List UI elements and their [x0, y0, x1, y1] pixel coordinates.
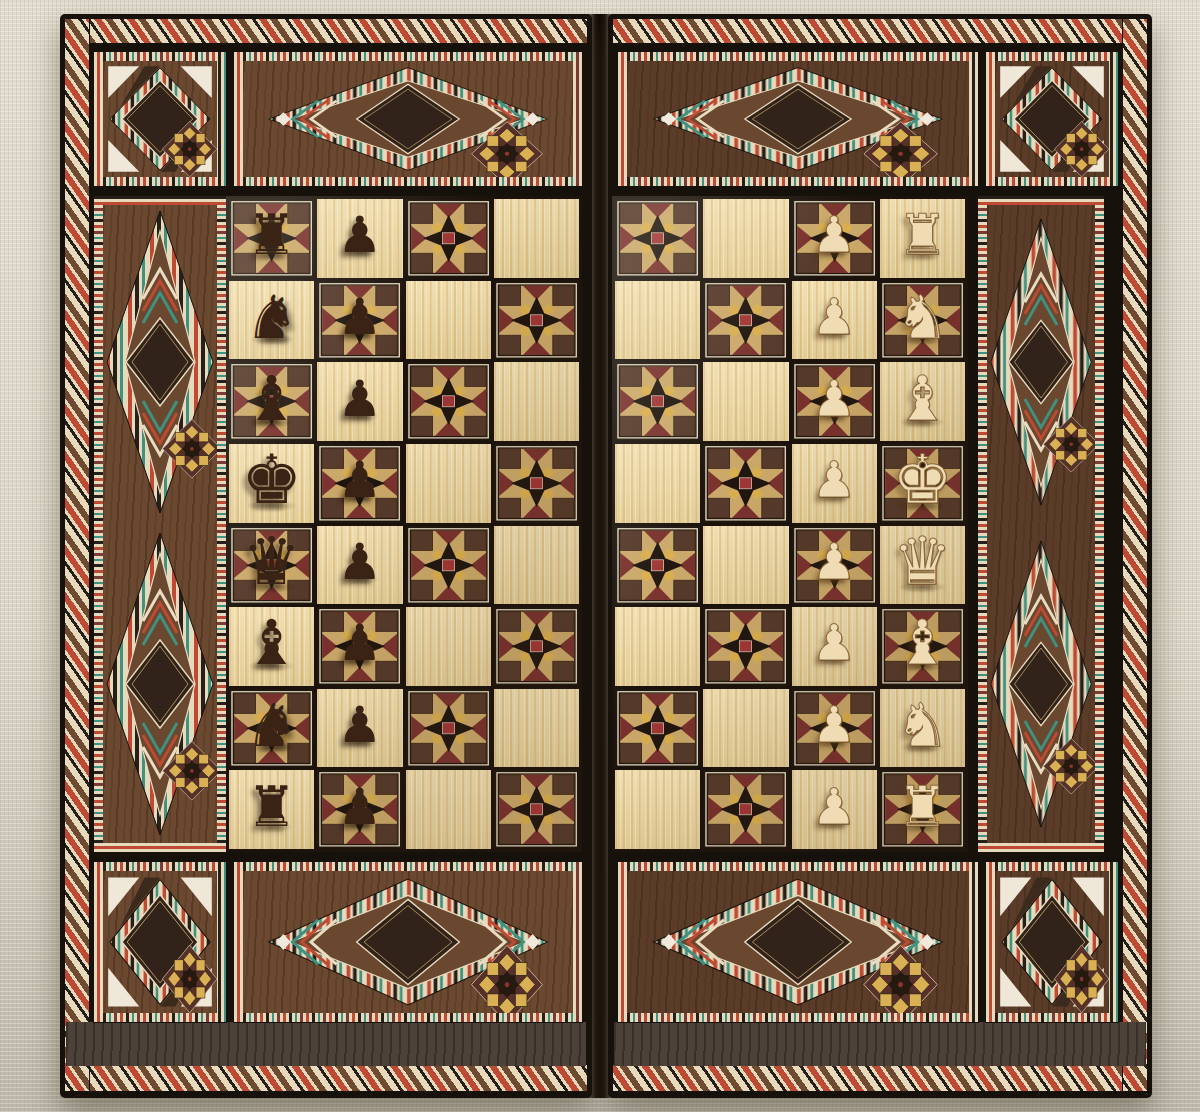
square-e6[interactable]	[406, 444, 491, 523]
square-g5[interactable]	[494, 281, 579, 360]
square-f1[interactable]: ♝	[880, 362, 965, 441]
square-b7[interactable]: ♟	[317, 689, 402, 768]
white-pawn-b2[interactable]: ♟	[812, 700, 857, 750]
corner-star-tile-bottom-right	[986, 862, 1118, 1022]
square-c5[interactable]	[494, 607, 579, 686]
black-rook-h8[interactable]: ♜	[247, 207, 297, 263]
square-a2[interactable]: ♟	[792, 770, 877, 849]
white-rook-a1[interactable]: ♜	[897, 779, 947, 835]
square-h5[interactable]	[494, 199, 579, 278]
square-d8[interactable]: ♛	[229, 526, 314, 605]
mosaic-star-tile	[703, 281, 788, 360]
square-c3[interactable]	[703, 607, 788, 686]
square-h7[interactable]: ♟	[317, 199, 402, 278]
square-f6[interactable]	[406, 362, 491, 441]
top-ornament-panel-right	[618, 52, 978, 186]
mosaic-star-tile	[703, 444, 788, 523]
square-e2[interactable]: ♟	[792, 444, 877, 523]
white-pawn-d2[interactable]: ♟	[812, 537, 857, 587]
edge-stripe-band-bottom	[612, 1064, 1148, 1092]
square-f7[interactable]: ♟	[317, 362, 402, 441]
square-d3[interactable]	[703, 526, 788, 605]
mosaic-star-tile	[406, 689, 491, 768]
square-e4[interactable]	[615, 444, 700, 523]
square-a4[interactable]	[615, 770, 700, 849]
mosaic-star-tile	[615, 362, 700, 441]
square-g7[interactable]: ♟	[317, 281, 402, 360]
square-h4[interactable]	[615, 199, 700, 278]
square-b6[interactable]	[406, 689, 491, 768]
square-f3[interactable]	[703, 362, 788, 441]
square-d2[interactable]: ♟	[792, 526, 877, 605]
board-left-quadrant: ♜♟♞♟♝♟♚♟♛♟♝♟♞♟♜♟	[226, 196, 582, 852]
square-b5[interactable]	[494, 689, 579, 768]
mosaic-star-tile	[406, 199, 491, 278]
mosaic-star-tile	[494, 281, 579, 360]
white-pawn-a2[interactable]: ♟	[812, 782, 857, 832]
square-g2[interactable]: ♟	[792, 281, 877, 360]
white-pawn-f2[interactable]: ♟	[812, 374, 857, 424]
black-knight-g8[interactable]: ♞	[245, 287, 299, 347]
square-f5[interactable]	[494, 362, 579, 441]
square-c1[interactable]: ♝	[880, 607, 965, 686]
square-g8[interactable]: ♞	[229, 281, 314, 360]
square-a6[interactable]	[406, 770, 491, 849]
white-knight-b1[interactable]: ♞	[895, 695, 949, 755]
square-e1[interactable]: ♚	[880, 444, 965, 523]
black-pawn-g7[interactable]: ♟	[337, 292, 382, 342]
square-c7[interactable]: ♟	[317, 607, 402, 686]
black-king-e8[interactable]: ♚	[241, 446, 302, 514]
square-a1[interactable]: ♜	[880, 770, 965, 849]
black-pawn-b7[interactable]: ♟	[337, 700, 382, 750]
square-e5[interactable]	[494, 444, 579, 523]
black-pawn-e7[interactable]: ♟	[337, 455, 382, 505]
square-f2[interactable]: ♟	[792, 362, 877, 441]
white-king-e1[interactable]: ♚	[892, 446, 953, 514]
square-e7[interactable]: ♟	[317, 444, 402, 523]
square-g1[interactable]: ♞	[880, 281, 965, 360]
corner-star-tile-bottom-left	[94, 862, 226, 1022]
square-g4[interactable]	[615, 281, 700, 360]
mosaic-star-tile	[703, 770, 788, 849]
black-queen-d8[interactable]: ♛	[242, 529, 301, 595]
mosaic-star-tile	[494, 770, 579, 849]
white-queen-d1[interactable]: ♛	[893, 529, 952, 595]
case-side-wood	[66, 1022, 586, 1066]
square-b2[interactable]: ♟	[792, 689, 877, 768]
corner-star-tile-top-left	[94, 52, 226, 186]
black-pawn-c7[interactable]: ♟	[337, 618, 382, 668]
black-pawn-d7[interactable]: ♟	[337, 537, 382, 587]
square-g3[interactable]	[703, 281, 788, 360]
mosaic-star-tile	[615, 526, 700, 605]
square-a7[interactable]: ♟	[317, 770, 402, 849]
white-pawn-h2[interactable]: ♟	[812, 210, 857, 260]
square-d7[interactable]: ♟	[317, 526, 402, 605]
square-f8[interactable]: ♝	[229, 362, 314, 441]
square-f4[interactable]	[615, 362, 700, 441]
side-ornament-panel-left	[94, 196, 226, 852]
edge-stripe-band-left	[64, 18, 90, 1092]
black-bishop-c8[interactable]: ♝	[244, 612, 300, 674]
square-c6[interactable]	[406, 607, 491, 686]
square-h8[interactable]: ♜	[229, 199, 314, 278]
mosaic-star-tile	[615, 199, 700, 278]
square-b3[interactable]	[703, 689, 788, 768]
white-pawn-e2[interactable]: ♟	[812, 455, 857, 505]
mosaic-star-tile	[703, 607, 788, 686]
side-ornament-panel-right	[978, 196, 1104, 852]
square-h2[interactable]: ♟	[792, 199, 877, 278]
edge-stripe-band-right	[1122, 18, 1148, 1092]
square-h1[interactable]: ♜	[880, 199, 965, 278]
square-d1[interactable]: ♛	[880, 526, 965, 605]
white-rook-h1[interactable]: ♜	[897, 207, 947, 263]
square-g6[interactable]	[406, 281, 491, 360]
square-b8[interactable]: ♞	[229, 689, 314, 768]
bottom-ornament-panel-right	[618, 862, 978, 1022]
square-h3[interactable]	[703, 199, 788, 278]
black-pawn-f7[interactable]: ♟	[337, 374, 382, 424]
mosaic-star-tile	[406, 362, 491, 441]
mosaic-star-tile	[494, 444, 579, 523]
chessboard: ♜♟♞♟♝♟♚♟♛♟♝♟♞♟♜♟ ♟♜♟♞♟♝♟♚♟♛♟♝♟♞♟♜	[226, 196, 968, 852]
square-a3[interactable]	[703, 770, 788, 849]
board-right-quadrant: ♟♜♟♞♟♝♟♚♟♛♟♝♟♞♟♜	[612, 196, 968, 852]
square-d5[interactable]	[494, 526, 579, 605]
white-knight-g1[interactable]: ♞	[895, 287, 949, 347]
bottom-ornament-panel-left	[234, 862, 582, 1022]
square-c8[interactable]: ♝	[229, 607, 314, 686]
mosaic-star-tile	[406, 526, 491, 605]
square-d6[interactable]	[406, 526, 491, 605]
black-bishop-f8[interactable]: ♝	[244, 368, 300, 430]
black-pawn-h7[interactable]: ♟	[337, 210, 382, 260]
mosaic-star-tile	[615, 689, 700, 768]
edge-stripe-band-top	[612, 18, 1148, 44]
square-a5[interactable]	[494, 770, 579, 849]
black-rook-a8[interactable]: ♜	[247, 779, 297, 835]
black-pawn-a7[interactable]: ♟	[337, 782, 382, 832]
black-knight-b8[interactable]: ♞	[245, 695, 299, 755]
square-d4[interactable]	[615, 526, 700, 605]
square-b1[interactable]: ♞	[880, 689, 965, 768]
white-bishop-f1[interactable]: ♝	[895, 368, 951, 430]
white-pawn-c2[interactable]: ♟	[812, 618, 857, 668]
square-c2[interactable]: ♟	[792, 607, 877, 686]
square-b4[interactable]	[615, 689, 700, 768]
square-c4[interactable]	[615, 607, 700, 686]
white-bishop-c1[interactable]: ♝	[895, 612, 951, 674]
corner-star-tile-top-right	[986, 52, 1118, 186]
square-h6[interactable]	[406, 199, 491, 278]
case-side-wood	[614, 1022, 1146, 1066]
top-ornament-panel-left	[234, 52, 582, 186]
square-e3[interactable]	[703, 444, 788, 523]
edge-stripe-band-bottom	[64, 1064, 588, 1092]
photo-stage: ♜♟♞♟♝♟♚♟♛♟♝♟♞♟♜♟ ♟♜♟♞♟♝♟♚♟♛♟♝♟♞♟♜	[0, 0, 1200, 1112]
edge-stripe-band-top	[64, 18, 588, 44]
white-pawn-g2[interactable]: ♟	[812, 292, 857, 342]
square-e8[interactable]: ♚	[229, 444, 314, 523]
mosaic-star-tile	[494, 607, 579, 686]
square-a8[interactable]: ♜	[229, 770, 314, 849]
